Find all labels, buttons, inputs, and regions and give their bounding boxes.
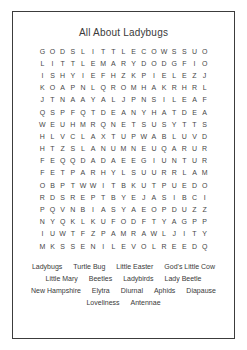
grid-cell: O xyxy=(149,45,159,57)
grid-cell: M xyxy=(37,240,47,252)
grid-cell: Y xyxy=(118,203,128,215)
grid-cell: Y xyxy=(68,69,78,81)
grid-cell: I xyxy=(159,94,169,106)
grid-cell: H xyxy=(108,69,118,81)
word-bank-line: LovelinessAntennae xyxy=(13,297,234,309)
grid-cell: S xyxy=(139,118,149,130)
grid-cell: D xyxy=(47,191,57,203)
grid-cell: N xyxy=(169,155,179,167)
grid-cell: S xyxy=(68,240,78,252)
grid-cell: E xyxy=(88,57,98,69)
grid-cell: U xyxy=(149,118,159,130)
grid-cell: A xyxy=(98,94,108,106)
grid-cell: S xyxy=(58,191,68,203)
grid-cell: L xyxy=(169,69,179,81)
grid-cell: T xyxy=(108,45,118,57)
grid-cell: M xyxy=(118,228,128,240)
grid-cell: D xyxy=(169,203,179,215)
grid-cell: W xyxy=(37,118,47,130)
grid-cell: I xyxy=(88,45,98,57)
grid-cell: S xyxy=(68,45,78,57)
grid-cell: A xyxy=(88,130,98,142)
worksheet-page: All About Ladybugs GODSLITTLECOWSSUOLITT… xyxy=(12,11,235,339)
grid-cell: D xyxy=(78,155,88,167)
grid-cell: Q xyxy=(58,155,68,167)
grid-cell: C xyxy=(189,191,199,203)
grid-cell: I xyxy=(179,228,189,240)
grid-cell: Z xyxy=(58,143,68,155)
grid-cell: O xyxy=(37,179,47,191)
grid-cell: Z xyxy=(118,69,128,81)
grid-cell: T xyxy=(68,179,78,191)
grid-cell: Y xyxy=(159,216,169,228)
grid-cell: K xyxy=(159,82,169,94)
grid-cell: C xyxy=(68,130,78,142)
grid-cell: R xyxy=(200,155,210,167)
grid-cell: K xyxy=(129,69,139,81)
grid-cell: T xyxy=(58,57,68,69)
grid-cell: M xyxy=(118,143,128,155)
grid-cell: P xyxy=(98,228,108,240)
grid-cell: H xyxy=(98,167,108,179)
grid-cell: P xyxy=(129,94,139,106)
grid-cell: P xyxy=(58,106,68,118)
grid-cell: J xyxy=(118,94,128,106)
word-bank-item: Ladybirds xyxy=(123,273,153,285)
grid-cell: N xyxy=(58,94,68,106)
grid-cell: U xyxy=(108,143,118,155)
grid-cell: F xyxy=(98,69,108,81)
grid-cell: B xyxy=(159,130,169,142)
grid-cell: Y xyxy=(200,228,210,240)
grid-cell: M xyxy=(78,118,88,130)
grid-cell: U xyxy=(189,143,199,155)
grid-cell: A xyxy=(149,82,159,94)
grid-cell: J xyxy=(169,228,179,240)
word-bank-item: Diapause xyxy=(186,285,216,297)
word-bank-item: Antennae xyxy=(131,297,161,309)
grid-cell: Y xyxy=(139,106,149,118)
grid-cell: H xyxy=(37,130,47,142)
grid-cell: U xyxy=(149,167,159,179)
grid-cell: I xyxy=(88,203,98,215)
grid-cell: D xyxy=(58,45,68,57)
grid-cell: A xyxy=(189,167,199,179)
grid-cell: E xyxy=(118,155,128,167)
grid-cell: V xyxy=(129,240,139,252)
grid-cell: A xyxy=(118,106,128,118)
grid-cell: L xyxy=(200,82,210,94)
grid-cell: E xyxy=(47,155,57,167)
grid-cell: A xyxy=(149,130,159,142)
grid-cell: A xyxy=(149,191,159,203)
grid-cell: T xyxy=(179,118,189,130)
grid-cell: R xyxy=(37,191,47,203)
grid-cell: T xyxy=(68,57,78,69)
grid-cell: E xyxy=(47,118,57,130)
grid-cell: B xyxy=(108,191,118,203)
word-bank-line: Little MaryBeetlesLadybirdsLady Beetle xyxy=(13,273,234,285)
grid-cell: L xyxy=(78,216,88,228)
grid-cell: D xyxy=(200,130,210,142)
grid-cell: S xyxy=(108,203,118,215)
grid-cell: O xyxy=(200,45,210,57)
grid-cell: N xyxy=(108,118,118,130)
grid-cell: A xyxy=(108,228,118,240)
grid-cell: I xyxy=(78,69,88,81)
grid-cell: T xyxy=(88,106,98,118)
grid-cell: L xyxy=(169,94,179,106)
grid-cell: O xyxy=(200,179,210,191)
grid-cell: P xyxy=(129,130,139,142)
grid-cell: R xyxy=(129,228,139,240)
grid-cell: N xyxy=(37,216,47,228)
grid-cell: A xyxy=(139,228,149,240)
grid-cell: A xyxy=(108,57,118,69)
grid-cell: I xyxy=(149,155,159,167)
grid-cell: A xyxy=(169,143,179,155)
grid-cell: L xyxy=(78,45,88,57)
grid-cell: T xyxy=(129,118,139,130)
grid-cell: R xyxy=(200,143,210,155)
grid-cell: P xyxy=(68,82,78,94)
grid-cell: J xyxy=(200,69,210,81)
grid-cell: W xyxy=(58,228,68,240)
grid-cell: U xyxy=(139,179,149,191)
grid-cell: P xyxy=(68,167,78,179)
grid-cell: O xyxy=(200,57,210,69)
grid-cell: N xyxy=(139,94,149,106)
word-bank-item: Loveliness xyxy=(86,297,119,309)
letter-grid: GODSLITTLECOWSSUOLITTLEMARYDODGFIOISHYIE… xyxy=(13,45,234,252)
grid-cell: U xyxy=(179,203,189,215)
grid-cell: Q xyxy=(68,155,78,167)
grid-cell: T xyxy=(179,155,189,167)
grid-cell: D xyxy=(98,106,108,118)
grid-cell: E xyxy=(78,240,88,252)
grid-cell: Q xyxy=(200,240,210,252)
grid-cell: S xyxy=(159,191,169,203)
grid-cell: I xyxy=(37,228,47,240)
grid-cell: F xyxy=(78,228,88,240)
grid-cell: O xyxy=(149,203,159,215)
grid-cell: F xyxy=(108,216,118,228)
grid-cell: A xyxy=(200,106,210,118)
grid-cell: N xyxy=(129,143,139,155)
grid-cell: A xyxy=(78,167,88,179)
grid-cell: N xyxy=(129,106,139,118)
grid-cell: I xyxy=(98,240,108,252)
grid-cell: L xyxy=(78,57,88,69)
grid-cell: Q xyxy=(37,106,47,118)
grid-cell: S xyxy=(200,118,210,130)
grid-cell: Y xyxy=(129,57,139,69)
grid-cell: I xyxy=(169,191,179,203)
grid-cell: E xyxy=(169,240,179,252)
grid-cell: H xyxy=(179,82,189,94)
grid-cell: F xyxy=(37,167,47,179)
grid-cell: K xyxy=(68,216,78,228)
grid-cell: L xyxy=(108,94,118,106)
grid-cell: L xyxy=(149,240,159,252)
grid-cell: B xyxy=(118,179,128,191)
word-bank-item: God's Little Cow xyxy=(164,261,215,273)
grid-cell: E xyxy=(129,155,139,167)
grid-cell: F xyxy=(68,106,78,118)
grid-cell: Z xyxy=(189,69,199,81)
grid-cell: I xyxy=(37,69,47,81)
grid-cell: G xyxy=(169,57,179,69)
grid-cell: P xyxy=(200,216,210,228)
grid-cell: E xyxy=(179,69,189,81)
grid-cell: E xyxy=(129,45,139,57)
word-bank-item: Ladybugs xyxy=(32,261,62,273)
grid-cell: U xyxy=(189,155,199,167)
grid-cell: W xyxy=(88,179,98,191)
grid-cell: V xyxy=(189,130,199,142)
grid-cell: S xyxy=(47,69,57,81)
grid-cell: A xyxy=(169,216,179,228)
grid-cell: H xyxy=(58,69,68,81)
grid-cell: R xyxy=(88,118,98,130)
grid-cell: L xyxy=(159,228,169,240)
grid-cell: K xyxy=(129,179,139,191)
grid-cell: K xyxy=(88,216,98,228)
grid-cell: U xyxy=(189,45,199,57)
grid-cell: Z xyxy=(88,228,98,240)
grid-cell: W xyxy=(139,130,149,142)
grid-cell: A xyxy=(98,203,108,215)
grid-cell: L xyxy=(118,167,128,179)
grid-cell: E xyxy=(88,69,98,81)
grid-cell: O xyxy=(149,57,159,69)
grid-cell: U xyxy=(159,155,169,167)
grid-cell: I xyxy=(98,179,108,191)
grid-cell: D xyxy=(189,179,199,191)
grid-cell: R xyxy=(159,167,169,179)
grid-cell: N xyxy=(68,203,78,215)
grid-cell: D xyxy=(139,57,149,69)
word-bank-item: Little Mary xyxy=(46,273,78,285)
grid-cell: T xyxy=(68,228,78,240)
grid-cell: R xyxy=(108,82,118,94)
grid-cell: R xyxy=(189,82,199,94)
grid-cell: A xyxy=(88,143,98,155)
grid-cell: T xyxy=(149,216,159,228)
grid-cell: A xyxy=(68,94,78,106)
grid-cell: E xyxy=(179,179,189,191)
grid-cell: U xyxy=(179,130,189,142)
grid-cell: U xyxy=(149,143,159,155)
grid-cell: W xyxy=(159,45,169,57)
grid-cell: T xyxy=(189,118,199,130)
grid-cell: A xyxy=(129,203,139,215)
grid-cell: P xyxy=(37,203,47,215)
grid-cell: H xyxy=(68,118,78,130)
grid-cell: F xyxy=(200,94,210,106)
grid-cell: D xyxy=(179,106,189,118)
grid-cell: L xyxy=(108,240,118,252)
grid-cell: U xyxy=(118,130,128,142)
word-bank-item: Turtle Bug xyxy=(73,261,105,273)
grid-cell: Y xyxy=(169,118,179,130)
grid-cell: E xyxy=(108,106,118,118)
grid-cell: T xyxy=(58,167,68,179)
grid-cell: Q xyxy=(159,143,169,155)
grid-cell: G xyxy=(139,155,149,167)
grid-cell: O xyxy=(118,216,128,228)
grid-cell: A xyxy=(108,155,118,167)
grid-cell: G xyxy=(179,216,189,228)
grid-cell: E xyxy=(179,94,189,106)
word-bank: LadybugsTurtle BugLittle EasterGod's Lit… xyxy=(13,261,234,309)
grid-cell: B xyxy=(78,203,88,215)
grid-cell: T xyxy=(108,130,118,142)
grid-cell: T xyxy=(169,106,179,118)
grid-cell: E xyxy=(139,143,149,155)
grid-cell: O xyxy=(47,82,57,94)
grid-cell: N xyxy=(88,240,98,252)
grid-cell: P xyxy=(139,69,149,81)
word-bank-item: Diurnal xyxy=(121,285,143,297)
grid-cell: W xyxy=(149,228,159,240)
grid-cell: K xyxy=(47,240,57,252)
grid-cell: G xyxy=(37,45,47,57)
grid-cell: D xyxy=(159,57,169,69)
puzzle-title: All About Ladybugs xyxy=(13,27,234,39)
grid-cell: Q xyxy=(98,118,108,130)
grid-cell: Y xyxy=(88,94,98,106)
grid-cell: O xyxy=(139,240,149,252)
grid-cell: R xyxy=(68,191,78,203)
grid-cell: R xyxy=(88,167,98,179)
grid-cell: S xyxy=(68,143,78,155)
grid-cell: T xyxy=(149,179,159,191)
grid-cell: P xyxy=(159,179,169,191)
grid-cell: I xyxy=(47,57,57,69)
grid-cell: S xyxy=(149,94,159,106)
grid-cell: T xyxy=(98,45,108,57)
grid-cell: R xyxy=(179,143,189,155)
grid-cell: U xyxy=(47,228,57,240)
grid-cell: I xyxy=(149,69,159,81)
grid-cell: Y xyxy=(108,167,118,179)
grid-cell: J xyxy=(139,191,149,203)
grid-cell: F xyxy=(139,216,149,228)
grid-cell: T xyxy=(98,191,108,203)
grid-cell: V xyxy=(58,130,68,142)
grid-cell: S xyxy=(159,118,169,130)
grid-cell: U xyxy=(139,167,149,179)
grid-cell: E xyxy=(118,118,128,130)
grid-cell: E xyxy=(179,240,189,252)
grid-cell: Y xyxy=(47,216,57,228)
grid-cell: L xyxy=(179,167,189,179)
grid-cell: L xyxy=(78,143,88,155)
grid-cell: E xyxy=(78,191,88,203)
grid-cell: M xyxy=(200,167,210,179)
grid-cell: S xyxy=(129,167,139,179)
grid-cell: N xyxy=(78,82,88,94)
grid-cell: R xyxy=(169,82,179,94)
grid-cell: D xyxy=(98,155,108,167)
word-bank-item: Lady Beetle xyxy=(165,273,202,285)
grid-cell: Z xyxy=(200,203,210,215)
grid-cell: U xyxy=(58,118,68,130)
grid-cell: A xyxy=(88,155,98,167)
grid-cell: B xyxy=(179,191,189,203)
grid-cell: D xyxy=(129,216,139,228)
grid-cell: T xyxy=(47,143,57,155)
grid-cell: A xyxy=(159,106,169,118)
grid-cell: R xyxy=(118,57,128,69)
grid-cell: M xyxy=(129,82,139,94)
grid-cell: V xyxy=(58,203,68,215)
grid-cell: E xyxy=(118,240,128,252)
grid-cell: P xyxy=(159,203,169,215)
grid-cell: S xyxy=(179,45,189,57)
grid-cell: P xyxy=(88,191,98,203)
grid-cell: O xyxy=(47,45,57,57)
grid-cell: E xyxy=(159,69,169,81)
grid-cell: U xyxy=(98,216,108,228)
grid-cell: P xyxy=(58,179,68,191)
grid-cell: M xyxy=(98,57,108,69)
grid-cell: I xyxy=(189,57,199,69)
word-bank-item: Beetles xyxy=(89,273,112,285)
grid-cell: T xyxy=(189,228,199,240)
grid-cell: S xyxy=(47,106,57,118)
word-bank-line: LadybugsTurtle BugLittle EasterGod's Lit… xyxy=(13,261,234,273)
grid-cell: H xyxy=(139,82,149,94)
grid-cell: E xyxy=(129,191,139,203)
grid-cell: H xyxy=(149,106,159,118)
grid-cell: Q xyxy=(47,203,57,215)
grid-cell: T xyxy=(47,94,57,106)
grid-cell: A xyxy=(78,94,88,106)
grid-cell: K xyxy=(37,82,47,94)
word-bank-item: New Hampshire xyxy=(31,285,81,297)
grid-cell: T xyxy=(108,179,118,191)
grid-cell: O xyxy=(118,82,128,94)
grid-cell: L xyxy=(47,130,57,142)
grid-cell: F xyxy=(179,57,189,69)
grid-cell: Q xyxy=(78,106,88,118)
grid-cell: Z xyxy=(189,203,199,215)
grid-cell: E xyxy=(189,106,199,118)
grid-cell: Q xyxy=(98,82,108,94)
grid-cell: U xyxy=(169,179,179,191)
grid-cell: L xyxy=(118,45,128,57)
grid-cell: S xyxy=(58,240,68,252)
grid-cell: A xyxy=(189,94,199,106)
grid-cell: H xyxy=(37,143,47,155)
grid-cell: A xyxy=(58,82,68,94)
grid-cell: Q xyxy=(58,216,68,228)
word-bank-item: Elytra xyxy=(92,285,110,297)
grid-cell: L xyxy=(37,57,47,69)
grid-cell: S xyxy=(169,45,179,57)
grid-cell: C xyxy=(139,45,149,57)
word-bank-item: Little Easter xyxy=(116,261,153,273)
grid-cell: Y xyxy=(118,191,128,203)
grid-cell: N xyxy=(98,143,108,155)
grid-cell: P xyxy=(189,216,199,228)
grid-cell: D xyxy=(189,240,199,252)
grid-cell: B xyxy=(47,179,57,191)
word-bank-line: New HampshireElytraDiurnalAphidsDiapause xyxy=(13,285,234,297)
grid-cell: E xyxy=(47,167,57,179)
